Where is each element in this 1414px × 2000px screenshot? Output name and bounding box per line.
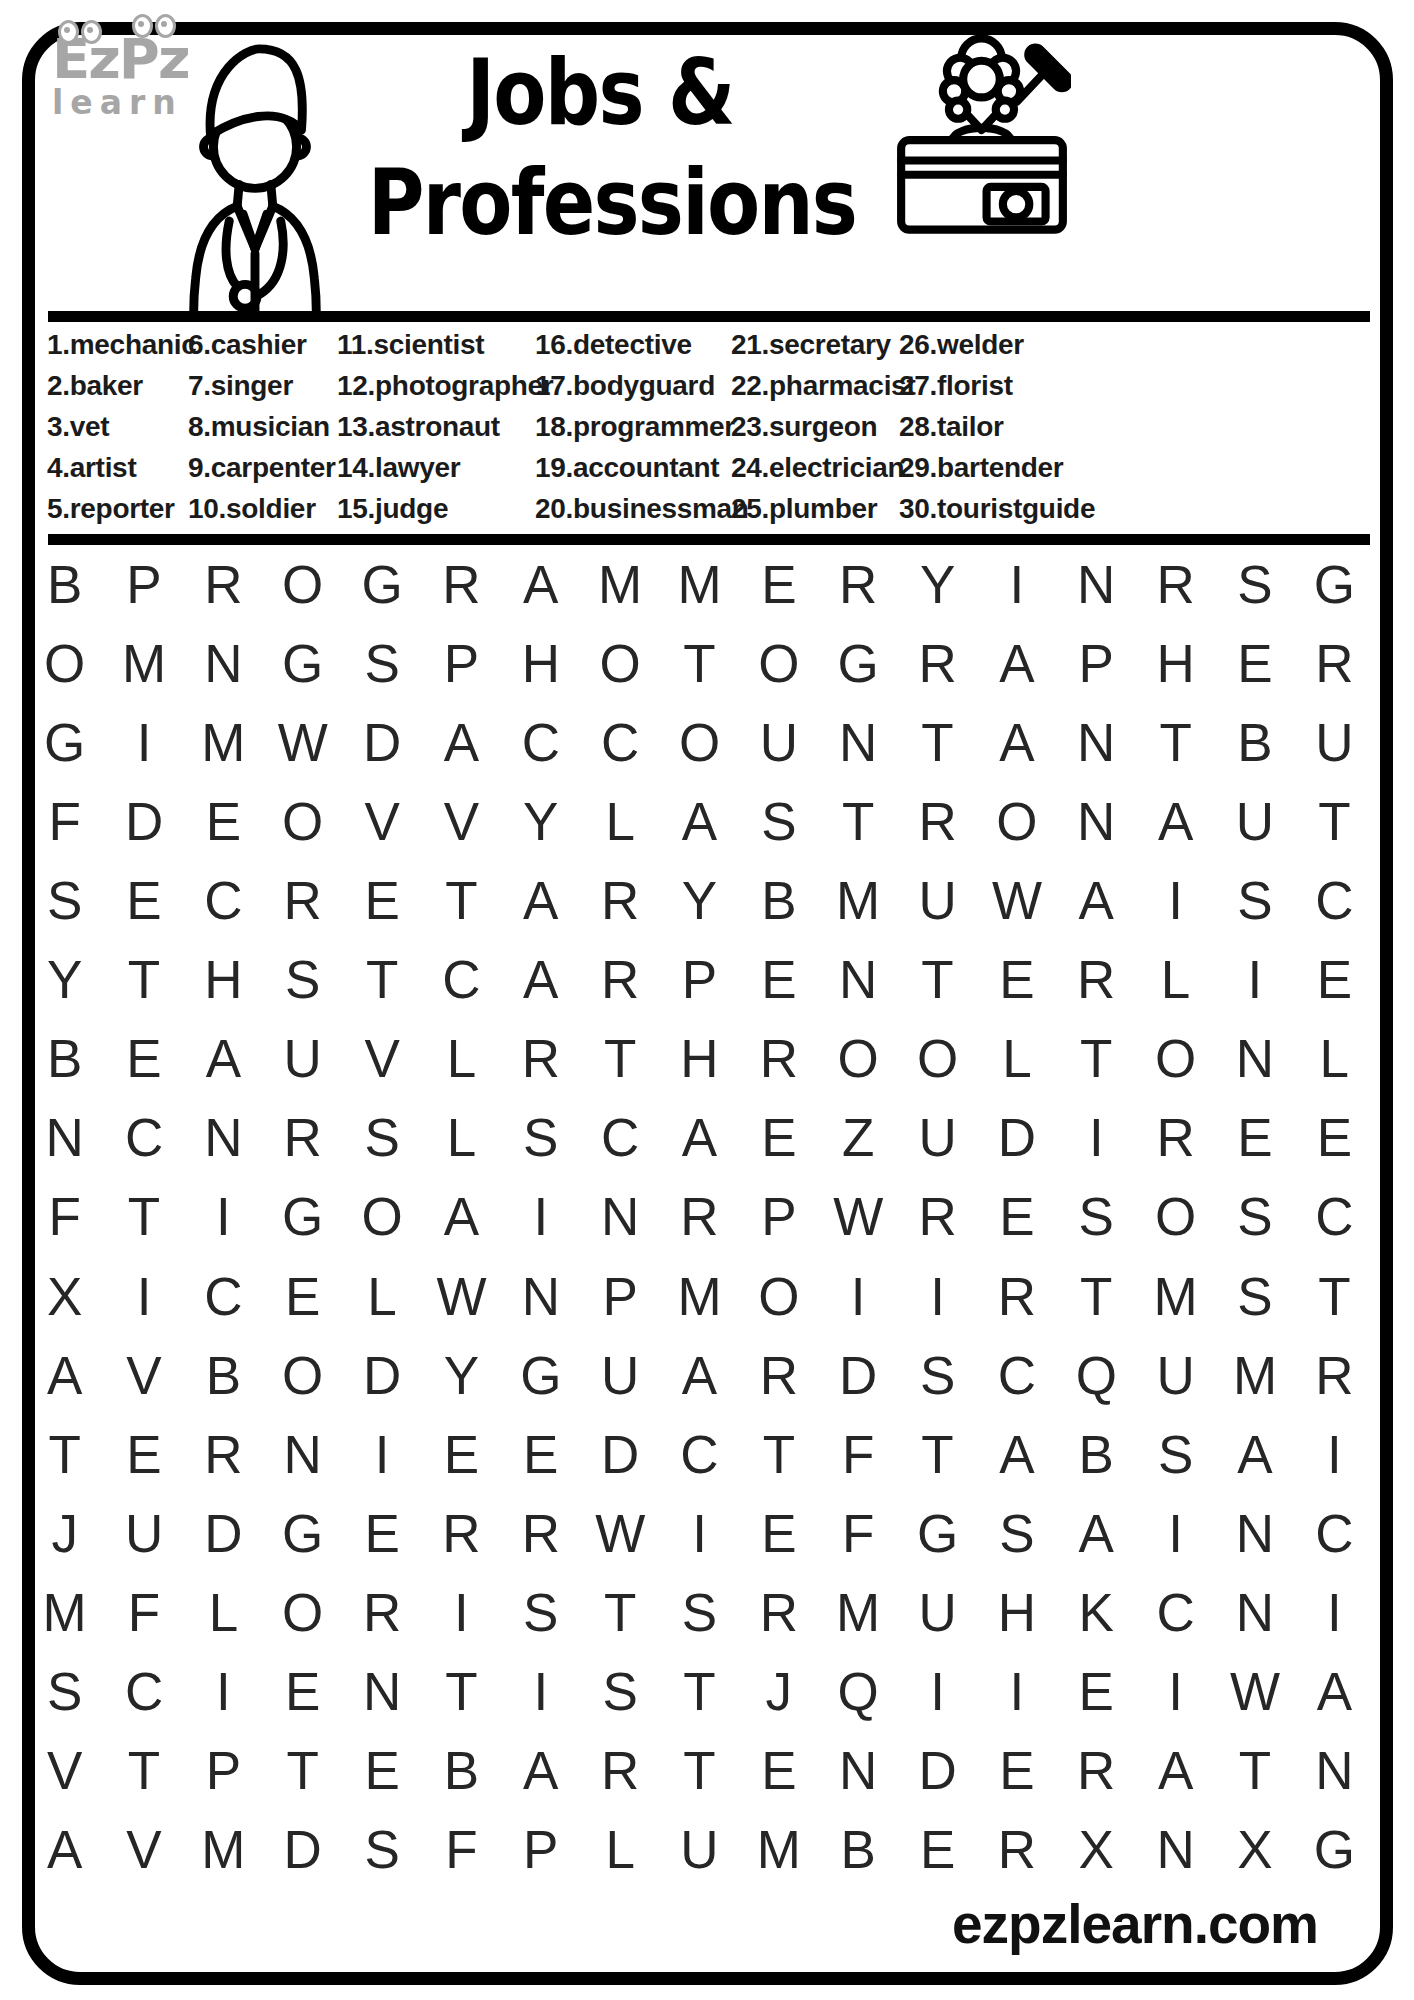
grid-cell: F <box>819 1415 898 1494</box>
grid-cell: I <box>977 545 1056 624</box>
grid-cell: H <box>977 1573 1056 1652</box>
grid-cell: V <box>104 1336 183 1415</box>
word-list-item: 11.scientist <box>337 324 535 365</box>
grid-cell: A <box>501 861 580 940</box>
grid-cell: U <box>1295 703 1374 782</box>
grid-cell: C <box>184 1257 263 1336</box>
grid-cell: R <box>580 940 659 1019</box>
grid-cell: N <box>1295 1731 1374 1810</box>
grid-cell: M <box>660 1257 739 1336</box>
grid-cell: I <box>1136 1494 1215 1573</box>
grid-cell: A <box>501 940 580 1019</box>
grid-cell: N <box>342 1652 421 1731</box>
divider-bottom <box>48 534 1370 545</box>
grid-cell: D <box>104 782 183 861</box>
grid-cell: J <box>739 1652 818 1731</box>
grid-cell: W <box>977 861 1056 940</box>
judge-icon <box>893 26 1071 238</box>
grid-cell: R <box>660 1177 739 1256</box>
grid-cell: X <box>1215 1810 1294 1889</box>
grid-cell: T <box>580 1019 659 1098</box>
grid-cell: R <box>1136 1098 1215 1177</box>
word-list-item: 16.detective <box>535 324 731 365</box>
grid-cell: T <box>660 1731 739 1810</box>
grid-cell: E <box>342 861 421 940</box>
grid-cell: R <box>342 1573 421 1652</box>
grid-cell: T <box>580 1573 659 1652</box>
grid-cell: A <box>1057 1494 1136 1573</box>
grid-cell: A <box>501 1731 580 1810</box>
grid-cell: R <box>263 861 342 940</box>
grid-cell: V <box>25 1731 104 1810</box>
grid-cell: S <box>1057 1177 1136 1256</box>
grid-cell: K <box>1057 1573 1136 1652</box>
grid-cell: S <box>342 1810 421 1889</box>
grid-cell: E <box>1295 1098 1374 1177</box>
grid-cell: L <box>422 1098 501 1177</box>
page-title: Jobs & Professions <box>368 38 832 258</box>
grid-cell: A <box>977 624 1056 703</box>
grid-cell: E <box>1215 624 1294 703</box>
grid-cell: R <box>422 1494 501 1573</box>
grid-cell: R <box>263 1098 342 1177</box>
grid-cell: E <box>977 1731 1056 1810</box>
grid-cell: C <box>1295 861 1374 940</box>
grid-cell: Q <box>1057 1336 1136 1415</box>
grid-cell: E <box>342 1731 421 1810</box>
grid-cell: T <box>1057 1257 1136 1336</box>
grid-cell: C <box>104 1098 183 1177</box>
grid-cell: U <box>898 861 977 940</box>
grid-cell: D <box>342 703 421 782</box>
owl-eyes-icon <box>132 14 176 38</box>
grid-cell: T <box>660 1652 739 1731</box>
grid-cell: A <box>422 703 501 782</box>
grid-cell: S <box>1215 1177 1294 1256</box>
grid-cell: O <box>660 703 739 782</box>
grid-cell: L <box>422 1019 501 1098</box>
grid-cell: N <box>184 624 263 703</box>
word-list-item: 4.artist <box>47 447 188 488</box>
grid-cell: R <box>977 1810 1056 1889</box>
grid-cell: C <box>580 703 659 782</box>
grid-cell: E <box>342 1494 421 1573</box>
grid-cell: S <box>25 1652 104 1731</box>
letter-grid: BPROGRAMMERYINRSGOMNGSPHOTOGRAPHERGIMWDA… <box>25 545 1374 1889</box>
grid-cell: S <box>1215 861 1294 940</box>
grid-cell: F <box>25 1177 104 1256</box>
grid-cell: N <box>819 703 898 782</box>
grid-cell: B <box>1215 703 1294 782</box>
grid-cell: S <box>660 1573 739 1652</box>
grid-cell: R <box>898 1177 977 1256</box>
grid-cell: E <box>1215 1098 1294 1177</box>
grid-cell: A <box>1215 1415 1294 1494</box>
grid-cell: G <box>342 545 421 624</box>
grid-cell: T <box>739 1415 818 1494</box>
grid-cell: B <box>25 1019 104 1098</box>
grid-cell: I <box>819 1257 898 1336</box>
word-list-item: 19.accountant <box>535 447 731 488</box>
grid-cell: B <box>184 1336 263 1415</box>
grid-cell: W <box>263 703 342 782</box>
grid-cell: R <box>898 624 977 703</box>
grid-cell: A <box>1295 1652 1374 1731</box>
word-list-item: 14.lawyer <box>337 447 535 488</box>
grid-cell: M <box>739 1810 818 1889</box>
grid-cell: L <box>977 1019 1056 1098</box>
grid-cell: Y <box>501 782 580 861</box>
grid-cell: I <box>184 1177 263 1256</box>
grid-cell: I <box>422 1573 501 1652</box>
grid-cell: P <box>660 940 739 1019</box>
grid-cell: C <box>580 1098 659 1177</box>
grid-cell: N <box>25 1098 104 1177</box>
grid-cell: C <box>184 861 263 940</box>
grid-cell: C <box>104 1652 183 1731</box>
grid-cell: O <box>342 1177 421 1256</box>
grid-cell: O <box>1136 1177 1215 1256</box>
grid-cell: T <box>1295 782 1374 861</box>
grid-cell: N <box>819 940 898 1019</box>
grid-cell: I <box>1057 1098 1136 1177</box>
grid-cell: V <box>104 1810 183 1889</box>
grid-cell: R <box>580 861 659 940</box>
grid-cell: W <box>1215 1652 1294 1731</box>
grid-cell: I <box>501 1177 580 1256</box>
grid-cell: I <box>184 1652 263 1731</box>
footer-site-text: ezpzlearn.com <box>952 1892 1318 1956</box>
grid-cell: E <box>104 861 183 940</box>
grid-cell: M <box>660 545 739 624</box>
grid-cell: H <box>1136 624 1215 703</box>
grid-cell: F <box>25 782 104 861</box>
grid-cell: S <box>25 861 104 940</box>
grid-cell: T <box>422 861 501 940</box>
grid-cell: W <box>819 1177 898 1256</box>
grid-cell: I <box>1295 1573 1374 1652</box>
grid-cell: E <box>739 1494 818 1573</box>
grid-cell: L <box>342 1257 421 1336</box>
grid-cell: M <box>819 861 898 940</box>
grid-cell: C <box>660 1415 739 1494</box>
word-list-item: 13.astronaut <box>337 406 535 447</box>
grid-cell: S <box>977 1494 1056 1573</box>
grid-cell: P <box>580 1257 659 1336</box>
word-list-item: 25.plumber <box>731 488 899 529</box>
grid-cell: E <box>898 1810 977 1889</box>
grid-cell: O <box>819 1019 898 1098</box>
grid-cell: H <box>184 940 263 1019</box>
grid-cell: U <box>263 1019 342 1098</box>
grid-cell: T <box>1295 1257 1374 1336</box>
grid-cell: X <box>1057 1810 1136 1889</box>
grid-cell: L <box>580 782 659 861</box>
grid-cell: G <box>819 624 898 703</box>
grid-cell: T <box>898 703 977 782</box>
grid-cell: L <box>184 1573 263 1652</box>
grid-cell: G <box>25 703 104 782</box>
grid-cell: Y <box>25 940 104 1019</box>
grid-cell: S <box>580 1652 659 1731</box>
grid-cell: N <box>1057 545 1136 624</box>
grid-cell: Y <box>898 545 977 624</box>
grid-cell: O <box>898 1019 977 1098</box>
grid-cell: O <box>263 1336 342 1415</box>
grid-cell: C <box>1295 1494 1374 1573</box>
grid-cell: P <box>739 1177 818 1256</box>
grid-cell: T <box>342 940 421 1019</box>
grid-cell: T <box>104 940 183 1019</box>
grid-cell: N <box>1215 1573 1294 1652</box>
grid-cell: U <box>580 1336 659 1415</box>
grid-cell: E <box>501 1415 580 1494</box>
grid-cell: M <box>819 1573 898 1652</box>
grid-cell: B <box>422 1731 501 1810</box>
word-list-item: 15.judge <box>337 488 535 529</box>
grid-cell: A <box>501 545 580 624</box>
word-list-item: 28.tailor <box>899 406 1095 447</box>
grid-cell: T <box>1136 703 1215 782</box>
eye-icon <box>155 14 176 38</box>
grid-cell: U <box>898 1098 977 1177</box>
grid-cell: S <box>1136 1415 1215 1494</box>
grid-cell: M <box>1136 1257 1215 1336</box>
grid-cell: D <box>263 1810 342 1889</box>
grid-cell: R <box>1295 1336 1374 1415</box>
grid-cell: N <box>184 1098 263 1177</box>
grid-cell: I <box>1295 1415 1374 1494</box>
grid-cell: B <box>819 1810 898 1889</box>
grid-cell: R <box>1295 624 1374 703</box>
grid-cell: S <box>1215 545 1294 624</box>
grid-cell: T <box>1215 1731 1294 1810</box>
grid-cell: A <box>660 1336 739 1415</box>
grid-cell: R <box>184 1415 263 1494</box>
grid-cell: N <box>1057 782 1136 861</box>
grid-cell: T <box>104 1731 183 1810</box>
grid-cell: D <box>342 1336 421 1415</box>
grid-cell: E <box>739 545 818 624</box>
grid-cell: A <box>1136 782 1215 861</box>
word-list-item: 6.cashier <box>188 324 337 365</box>
doctor-icon <box>178 36 330 318</box>
grid-cell: W <box>422 1257 501 1336</box>
word-list-item: 18.programmer <box>535 406 731 447</box>
grid-cell: T <box>898 940 977 1019</box>
word-list-item: 21.secretary <box>731 324 899 365</box>
grid-cell: R <box>898 782 977 861</box>
word-list-item: 2.baker <box>47 365 188 406</box>
grid-cell: T <box>25 1415 104 1494</box>
grid-cell: H <box>660 1019 739 1098</box>
grid-cell: H <box>501 624 580 703</box>
grid-cell: O <box>739 1257 818 1336</box>
grid-cell: R <box>580 1731 659 1810</box>
grid-cell: E <box>977 1177 1056 1256</box>
grid-cell: G <box>263 624 342 703</box>
word-list-item: 22.pharmacist <box>731 365 899 406</box>
eye-icon <box>58 20 79 44</box>
grid-cell: Y <box>422 1336 501 1415</box>
grid-cell: A <box>25 1810 104 1889</box>
grid-cell: M <box>104 624 183 703</box>
grid-cell: G <box>263 1177 342 1256</box>
grid-cell: R <box>184 545 263 624</box>
grid-cell: O <box>1136 1019 1215 1098</box>
grid-cell: A <box>977 1415 1056 1494</box>
grid-cell: A <box>660 1098 739 1177</box>
grid-cell: U <box>660 1810 739 1889</box>
word-list-item: 5.reporter <box>47 488 188 529</box>
grid-cell: A <box>184 1019 263 1098</box>
grid-cell: R <box>501 1019 580 1098</box>
grid-cell: B <box>1057 1415 1136 1494</box>
word-list-item: 20.businessman <box>535 488 731 529</box>
grid-cell: T <box>104 1177 183 1256</box>
word-list-item: 9.carpenter <box>188 447 337 488</box>
grid-cell: E <box>739 1731 818 1810</box>
grid-cell: E <box>184 782 263 861</box>
grid-cell: W <box>580 1494 659 1573</box>
grid-cell: O <box>263 1573 342 1652</box>
grid-cell: N <box>580 1177 659 1256</box>
grid-cell: O <box>977 782 1056 861</box>
grid-cell: O <box>580 624 659 703</box>
grid-cell: R <box>739 1019 818 1098</box>
word-list-item: 24.electrician <box>731 447 899 488</box>
grid-cell: E <box>739 940 818 1019</box>
grid-cell: M <box>184 1810 263 1889</box>
grid-cell: I <box>1215 940 1294 1019</box>
title-line-1: Jobs & <box>368 38 832 148</box>
grid-cell: E <box>104 1415 183 1494</box>
grid-cell: I <box>104 703 183 782</box>
grid-cell: A <box>422 1177 501 1256</box>
grid-cell: O <box>263 782 342 861</box>
grid-cell: L <box>1295 1019 1374 1098</box>
divider-top <box>48 311 1370 322</box>
grid-cell: O <box>739 624 818 703</box>
grid-cell: P <box>501 1810 580 1889</box>
grid-cell: F <box>819 1494 898 1573</box>
grid-cell: Z <box>819 1098 898 1177</box>
grid-cell: M <box>1215 1336 1294 1415</box>
grid-cell: R <box>422 545 501 624</box>
grid-cell: G <box>501 1336 580 1415</box>
grid-cell: S <box>501 1098 580 1177</box>
grid-cell: E <box>104 1019 183 1098</box>
grid-cell: U <box>1215 782 1294 861</box>
grid-cell: U <box>1136 1336 1215 1415</box>
grid-cell: A <box>660 782 739 861</box>
grid-cell: J <box>25 1494 104 1573</box>
grid-cell: U <box>898 1573 977 1652</box>
grid-cell: I <box>1136 1652 1215 1731</box>
grid-cell: P <box>184 1731 263 1810</box>
grid-cell: O <box>263 545 342 624</box>
grid-cell: I <box>898 1652 977 1731</box>
grid-cell: O <box>25 624 104 703</box>
grid-cell: P <box>1057 624 1136 703</box>
word-list-item: 3.vet <box>47 406 188 447</box>
grid-cell: G <box>898 1494 977 1573</box>
word-list-item: 30.touristguide <box>899 488 1095 529</box>
word-list-item: 26.welder <box>899 324 1095 365</box>
grid-cell: S <box>263 940 342 1019</box>
grid-cell: D <box>184 1494 263 1573</box>
grid-cell: N <box>1215 1019 1294 1098</box>
word-list-item: 17.bodyguard <box>535 365 731 406</box>
grid-cell: T <box>422 1652 501 1731</box>
grid-cell: D <box>898 1731 977 1810</box>
grid-cell: Y <box>660 861 739 940</box>
word-list: 1.mechanic2.baker3.vet4.artist5.reporter… <box>47 324 1095 529</box>
grid-cell: C <box>422 940 501 1019</box>
grid-cell: F <box>104 1573 183 1652</box>
eye-icon <box>132 14 153 38</box>
grid-cell: N <box>501 1257 580 1336</box>
grid-cell: N <box>1215 1494 1294 1573</box>
eye-icon <box>81 20 102 44</box>
grid-cell: I <box>342 1415 421 1494</box>
grid-cell: X <box>25 1257 104 1336</box>
grid-cell: S <box>342 1098 421 1177</box>
grid-cell: R <box>819 545 898 624</box>
grid-cell: S <box>739 782 818 861</box>
grid-cell: E <box>977 940 1056 1019</box>
grid-cell: M <box>184 703 263 782</box>
grid-cell: I <box>1136 861 1215 940</box>
grid-cell: R <box>977 1257 1056 1336</box>
grid-cell: I <box>660 1494 739 1573</box>
grid-cell: Q <box>819 1652 898 1731</box>
grid-cell: C <box>1295 1177 1374 1256</box>
grid-cell: I <box>898 1257 977 1336</box>
grid-cell: A <box>25 1336 104 1415</box>
grid-cell: R <box>1136 545 1215 624</box>
grid-cell: L <box>1136 940 1215 1019</box>
word-list-item: 1.mechanic <box>47 324 188 365</box>
title-line-2: Professions <box>368 148 832 258</box>
grid-cell: E <box>739 1098 818 1177</box>
grid-cell: D <box>977 1098 1056 1177</box>
grid-cell: T <box>660 624 739 703</box>
grid-cell: V <box>422 782 501 861</box>
grid-cell: I <box>104 1257 183 1336</box>
grid-cell: S <box>342 624 421 703</box>
grid-cell: R <box>739 1573 818 1652</box>
word-list-item: 7.singer <box>188 365 337 406</box>
grid-cell: N <box>1136 1810 1215 1889</box>
grid-cell: G <box>1295 545 1374 624</box>
grid-cell: T <box>898 1415 977 1494</box>
grid-cell: E <box>263 1652 342 1731</box>
grid-cell: D <box>580 1415 659 1494</box>
worksheet-page: EzPz learn Jobs & Professions <box>0 0 1414 2000</box>
grid-cell: C <box>501 703 580 782</box>
grid-cell: B <box>739 861 818 940</box>
grid-cell: E <box>263 1257 342 1336</box>
grid-cell: I <box>977 1652 1056 1731</box>
grid-cell: U <box>739 703 818 782</box>
grid-cell: S <box>1215 1257 1294 1336</box>
grid-cell: C <box>977 1336 1056 1415</box>
grid-cell: G <box>263 1494 342 1573</box>
grid-cell: A <box>1136 1731 1215 1810</box>
grid-cell: G <box>1295 1810 1374 1889</box>
word-list-item: 27.florist <box>899 365 1095 406</box>
